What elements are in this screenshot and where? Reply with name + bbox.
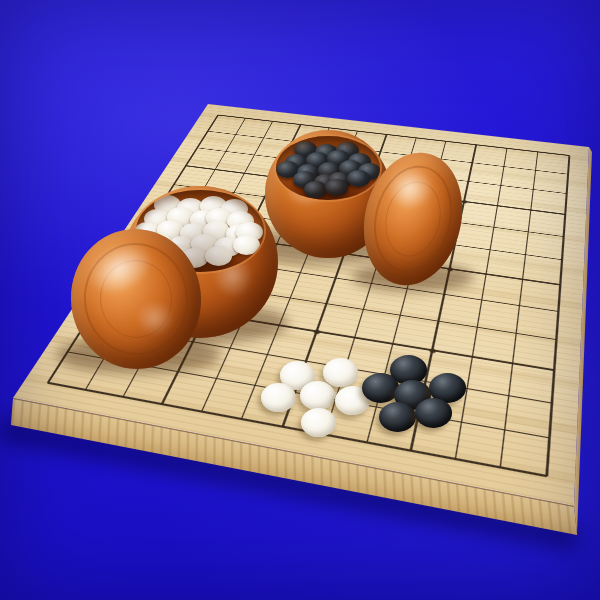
white-bowl-lid	[64, 223, 208, 376]
grid-line-vertical	[546, 155, 570, 476]
star-point	[429, 348, 436, 353]
go-set-photo: Product photograph of a light shinkaya 1…	[0, 0, 600, 600]
black-stone	[362, 373, 399, 403]
black-bowl-opening	[276, 136, 380, 200]
black-bowl-stone	[347, 170, 370, 187]
black-stone	[415, 398, 452, 428]
white-stone	[300, 381, 335, 410]
grid-line-vertical	[500, 152, 539, 468]
white-bowl-stone	[205, 246, 232, 266]
black-bowl-stone	[325, 179, 348, 196]
star-point	[313, 329, 320, 334]
black-bowl-stone	[304, 181, 327, 198]
white-stone	[301, 408, 336, 437]
white-stone	[261, 383, 296, 412]
black-stones-in-bowl	[276, 136, 380, 200]
white-stone	[323, 358, 358, 387]
black-stone	[379, 402, 416, 432]
